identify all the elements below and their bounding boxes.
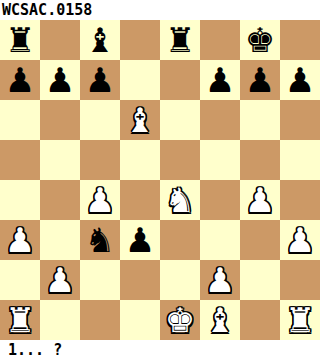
square-b5[interactable] (40, 140, 80, 180)
square-a4[interactable] (0, 180, 40, 220)
square-h5[interactable] (280, 140, 320, 180)
black-rook-e8: ♜ (165, 20, 195, 60)
square-e5[interactable] (160, 140, 200, 180)
square-e7[interactable] (160, 60, 200, 100)
white-pawn-a3: ♟ (5, 220, 35, 260)
white-bishop-f1: ♝ (205, 300, 235, 340)
white-pawn-f2: ♟ (205, 260, 235, 300)
black-rook-a8: ♜ (5, 20, 35, 60)
square-h4[interactable] (280, 180, 320, 220)
square-d8[interactable] (120, 20, 160, 60)
square-f6[interactable] (200, 100, 240, 140)
square-e4[interactable]: ♞ (160, 180, 200, 220)
puzzle-title: WCSAC.0158 (0, 0, 320, 20)
square-d2[interactable] (120, 260, 160, 300)
white-king-e1: ♚ (165, 300, 195, 340)
square-e6[interactable] (160, 100, 200, 140)
square-h6[interactable] (280, 100, 320, 140)
square-c2[interactable] (80, 260, 120, 300)
square-g8[interactable]: ♚ (240, 20, 280, 60)
square-b8[interactable] (40, 20, 80, 60)
square-e2[interactable] (160, 260, 200, 300)
square-a7[interactable]: ♟ (0, 60, 40, 100)
square-d4[interactable] (120, 180, 160, 220)
square-b6[interactable] (40, 100, 80, 140)
square-a6[interactable] (0, 100, 40, 140)
square-e8[interactable]: ♜ (160, 20, 200, 60)
move-prompt: 1... ? (0, 340, 320, 360)
square-c5[interactable] (80, 140, 120, 180)
white-pawn-b2: ♟ (45, 260, 75, 300)
square-b4[interactable] (40, 180, 80, 220)
square-a1[interactable]: ♜ (0, 300, 40, 340)
square-f2[interactable]: ♟ (200, 260, 240, 300)
square-e3[interactable] (160, 220, 200, 260)
black-king-g8: ♚ (245, 20, 275, 60)
square-a5[interactable] (0, 140, 40, 180)
square-h3[interactable]: ♟ (280, 220, 320, 260)
square-g4[interactable]: ♟ (240, 180, 280, 220)
white-pawn-h3: ♟ (285, 220, 315, 260)
square-g1[interactable] (240, 300, 280, 340)
square-c8[interactable]: ♝ (80, 20, 120, 60)
square-f5[interactable] (200, 140, 240, 180)
white-pawn-g4: ♟ (245, 180, 275, 220)
white-pawn-c4: ♟ (85, 180, 115, 220)
square-g3[interactable] (240, 220, 280, 260)
square-g6[interactable] (240, 100, 280, 140)
white-knight-e4: ♞ (165, 180, 195, 220)
square-c7[interactable]: ♟ (80, 60, 120, 100)
square-h8[interactable] (280, 20, 320, 60)
square-d7[interactable] (120, 60, 160, 100)
square-f7[interactable]: ♟ (200, 60, 240, 100)
square-c6[interactable] (80, 100, 120, 140)
square-f4[interactable] (200, 180, 240, 220)
square-c3[interactable]: ♞ (80, 220, 120, 260)
black-pawn-c7: ♟ (85, 60, 115, 100)
square-b1[interactable] (40, 300, 80, 340)
square-d3[interactable]: ♟ (120, 220, 160, 260)
square-b7[interactable]: ♟ (40, 60, 80, 100)
square-d1[interactable] (120, 300, 160, 340)
square-d6[interactable]: ♝ (120, 100, 160, 140)
black-pawn-h7: ♟ (285, 60, 315, 100)
square-g5[interactable] (240, 140, 280, 180)
white-bishop-d6: ♝ (125, 100, 155, 140)
square-b3[interactable] (40, 220, 80, 260)
square-c4[interactable]: ♟ (80, 180, 120, 220)
white-rook-a1: ♜ (5, 300, 35, 340)
square-e1[interactable]: ♚ (160, 300, 200, 340)
square-g2[interactable] (240, 260, 280, 300)
black-pawn-d3: ♟ (125, 220, 155, 260)
black-pawn-b7: ♟ (45, 60, 75, 100)
chess-puzzle-app: WCSAC.0158 ♜♝♜♚♟♟♟♟♟♟♝♟♞♟♟♞♟♟♟♟♜♚♝♜ 1...… (0, 0, 320, 360)
black-pawn-g7: ♟ (245, 60, 275, 100)
black-pawn-a7: ♟ (5, 60, 35, 100)
square-h7[interactable]: ♟ (280, 60, 320, 100)
square-a3[interactable]: ♟ (0, 220, 40, 260)
square-b2[interactable]: ♟ (40, 260, 80, 300)
black-bishop-c8: ♝ (85, 20, 115, 60)
square-a2[interactable] (0, 260, 40, 300)
square-f1[interactable]: ♝ (200, 300, 240, 340)
square-d5[interactable] (120, 140, 160, 180)
square-a8[interactable]: ♜ (0, 20, 40, 60)
square-h1[interactable]: ♜ (280, 300, 320, 340)
white-rook-h1: ♜ (285, 300, 315, 340)
square-h2[interactable] (280, 260, 320, 300)
chess-board: ♜♝♜♚♟♟♟♟♟♟♝♟♞♟♟♞♟♟♟♟♜♚♝♜ (0, 20, 320, 340)
square-g7[interactable]: ♟ (240, 60, 280, 100)
square-c1[interactable] (80, 300, 120, 340)
black-pawn-f7: ♟ (205, 60, 235, 100)
square-f3[interactable] (200, 220, 240, 260)
black-knight-c3: ♞ (85, 220, 115, 260)
square-f8[interactable] (200, 20, 240, 60)
